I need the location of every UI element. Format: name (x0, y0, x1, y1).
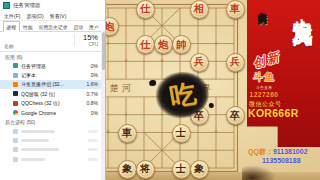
platform-subtitle: 斗鱼直播 (249, 85, 279, 90)
qq-group-line1: QQ群：911381002 (248, 148, 320, 157)
title-bar[interactable]: 任务管理器 (0, 0, 105, 11)
process-icon (13, 129, 18, 134)
process-name: 斗鱼直播伴侣 (32... (21, 81, 64, 87)
tab-performance[interactable]: 性能 (21, 22, 36, 31)
process-row-douyu-companion[interactable]: 斗鱼直播伴侣 (32... 1.6% (0, 80, 105, 89)
piece-red-帥[interactable]: 帥 (172, 35, 191, 54)
opening-title: 中炮对屏风马 (290, 3, 317, 145)
master-label: 象棋大师 (255, 4, 269, 52)
process-name-blur (21, 130, 55, 133)
qq-group-info: QQ群：911381002 1135508188 (248, 148, 320, 166)
piece-red-兵[interactable]: 兵 (190, 53, 209, 72)
scrollbar[interactable] (101, 30, 105, 180)
tab-app-history[interactable]: 应用历史记录 (36, 22, 70, 31)
menu-file[interactable]: 文件(F) (4, 13, 20, 19)
process-cpu: 0.7% (87, 91, 98, 97)
board-point-marker: ✛ (124, 112, 128, 117)
board-point-marker: ✛ (106, 129, 110, 134)
process-name: QQ游戏 (32 位) (21, 91, 55, 97)
piece-black-車[interactable]: 車 (118, 124, 137, 143)
process-icon (13, 157, 18, 162)
cpu-column-header[interactable]: 15% CPU (74, 33, 98, 47)
tab-processes[interactable]: 进程 (3, 21, 20, 32)
process-icon (13, 138, 18, 143)
task-manager-icon (13, 63, 18, 68)
menu-options[interactable]: 选项(O) (26, 13, 43, 19)
task-manager-icon (3, 2, 10, 9)
qqchess-icon (13, 101, 18, 106)
process-cpu: 0% (91, 63, 98, 69)
process-name-blur (21, 148, 59, 151)
board-point-marker: ✛ (214, 41, 218, 46)
qq-group-number-2: 1135508188 (248, 157, 320, 166)
process-row-qq-game[interactable]: QQ游戏 (32 位) 0.7% (0, 89, 105, 98)
background-process-row[interactable] (0, 145, 105, 154)
qq-game-icon (13, 91, 18, 96)
piece-red-相[interactable]: 相 (190, 0, 209, 19)
process-row-chrome[interactable]: Google Chrome 0% (0, 108, 105, 117)
process-cpu: 0.8% (87, 100, 98, 106)
douyu-companion-icon (13, 82, 18, 87)
process-name: 记事本 (21, 72, 36, 78)
section-background-processes[interactable]: 后台进程 (50) (0, 117, 105, 126)
menu-view[interactable]: 查看(V) (50, 13, 67, 19)
process-row-qqchess[interactable]: QQChess (32 位) 0.8% (0, 99, 105, 108)
process-name-blur (21, 139, 49, 142)
window-title: 任务管理器 (13, 2, 41, 9)
piece-black-象[interactable]: 象 (118, 160, 137, 179)
piece-black-卒[interactable]: 卒 (226, 106, 245, 125)
scrollbar-thumb[interactable] (102, 32, 105, 70)
cpu-column-label: CPU (83, 42, 98, 47)
piece-black-士[interactable]: 士 (172, 124, 191, 143)
tab-startup[interactable]: 启动 (71, 22, 86, 31)
platform-name: 斗鱼 (249, 70, 279, 84)
process-cpu-blur (88, 130, 98, 133)
tab-bar: 进程 性能 应用历史记录 启动 用户 (0, 21, 105, 32)
board-point-marker: ✛ (214, 129, 218, 134)
stream-banner: 中炮对屏风马 象棋大师 创新 斗鱼 斗鱼直播 1227260 微信公众号 KOR… (247, 0, 320, 147)
process-cpu: 1.6% (87, 81, 98, 87)
piece-red-車[interactable]: 車 (226, 0, 245, 19)
capture-effect-label: 吃 (167, 76, 199, 115)
cpu-total-percent: 15% (83, 33, 98, 42)
process-name: QQChess (32 位) (21, 100, 60, 106)
piece-red-炮[interactable]: 炮 (154, 35, 173, 54)
process-icon (13, 147, 18, 152)
board-point-marker: ✛ (106, 41, 110, 46)
process-cpu: 0% (91, 110, 98, 116)
wechat-id: KOR666R (248, 107, 299, 119)
process-row-task-manager[interactable]: 任务管理器 0% (0, 61, 105, 70)
process-name: 任务管理器 (21, 63, 46, 69)
process-name-blur (21, 158, 45, 161)
list-header: 名称 15% CPU (0, 32, 105, 52)
background-process-row[interactable] (0, 126, 105, 135)
menu-bar: 文件(F) 选项(O) 查看(V) (0, 11, 105, 21)
board-point-marker: ✛ (160, 58, 164, 63)
douyu-logo: 斗鱼 斗鱼直播 1227260 (249, 70, 279, 98)
piece-black-士[interactable]: 士 (172, 160, 191, 179)
tab-users[interactable]: 用户 (87, 22, 102, 31)
process-name: Google Chrome (21, 110, 56, 116)
river-text-left: 楚河 (102, 82, 142, 95)
notepad-icon (13, 73, 18, 78)
board-point-marker: ✛ (124, 58, 128, 63)
section-apps[interactable]: 应用 (6) (0, 52, 105, 61)
process-cpu-blur (88, 148, 98, 151)
qq-group-label: QQ群： (248, 148, 273, 155)
qq-group-number-1: 911381002 (273, 148, 308, 155)
piece-red-仕[interactable]: 仕 (136, 0, 155, 19)
task-manager-window: 任务管理器 文件(F) 选项(O) 查看(V) 进程 性能 应用历史记录 启动 … (0, 0, 106, 180)
piece-black-象[interactable]: 象 (190, 160, 209, 179)
process-cpu: 0% (91, 72, 98, 78)
room-id: 1227260 (249, 91, 279, 98)
slogan-text: 创新 (251, 48, 283, 72)
chrome-icon (13, 110, 18, 115)
name-column-header[interactable]: 名称 (4, 43, 14, 49)
process-cpu-blur (88, 139, 98, 142)
table-shadow (242, 165, 276, 180)
background-process-row[interactable] (0, 155, 105, 164)
process-cpu-blur (88, 158, 98, 161)
piece-black-将[interactable]: 将 (136, 160, 155, 179)
background-process-row[interactable] (0, 136, 105, 145)
screenshot-root: 楚河 汉界 ✛✛✛✛✛✛✛✛✛✛✛✛✛✛仕相車炮仕炮帥兵兵卒卒車士象将士象 吃 … (0, 0, 320, 180)
piece-red-仕[interactable]: 仕 (136, 35, 155, 54)
process-row-notepad[interactable]: 记事本 0% (0, 70, 105, 79)
piece-red-兵[interactable]: 兵 (226, 53, 245, 72)
